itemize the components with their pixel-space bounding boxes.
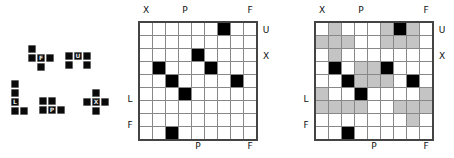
piece-gap bbox=[46, 63, 54, 71]
piece-gap bbox=[37, 45, 45, 53]
grid-cell bbox=[153, 88, 165, 100]
grid-cell bbox=[355, 23, 367, 35]
black-cell bbox=[166, 75, 178, 87]
grid-cell bbox=[192, 88, 204, 100]
pentomino-cell bbox=[355, 101, 367, 113]
grid-cell bbox=[316, 75, 328, 87]
pentomino-cell bbox=[329, 49, 341, 61]
grid-cell bbox=[244, 49, 256, 61]
black-cell bbox=[179, 88, 191, 100]
grid-cell bbox=[420, 62, 432, 74]
grid-cell bbox=[420, 114, 432, 126]
grid-cell bbox=[218, 88, 230, 100]
black-cell bbox=[394, 23, 406, 35]
piece-letter: F bbox=[39, 54, 43, 62]
grid-cell bbox=[355, 49, 367, 61]
grid-cell bbox=[205, 75, 217, 87]
pentomino-cell bbox=[342, 101, 354, 113]
grid-cell bbox=[244, 88, 256, 100]
grid-cell bbox=[205, 127, 217, 139]
piece-gap bbox=[20, 98, 28, 106]
piece-gap bbox=[46, 45, 54, 53]
clue-bottom-f: F bbox=[423, 141, 428, 151]
piece-cell bbox=[92, 89, 100, 97]
piece-cell bbox=[11, 107, 19, 115]
grid-cell bbox=[394, 127, 406, 139]
piece-gap bbox=[20, 80, 28, 88]
grid-cell bbox=[192, 101, 204, 113]
pentomino-cell bbox=[381, 36, 393, 48]
pentomino-cell bbox=[394, 101, 406, 113]
clue-top-f: F bbox=[247, 5, 252, 15]
grid-cell bbox=[166, 101, 178, 113]
grid-cell bbox=[218, 49, 230, 61]
pentomino-cell bbox=[316, 36, 328, 48]
grid-cell bbox=[381, 114, 393, 126]
piece-cell bbox=[57, 106, 65, 114]
grid-cell bbox=[153, 75, 165, 87]
piece-letter: U bbox=[76, 52, 81, 60]
grid-cell bbox=[166, 88, 178, 100]
grid-cell bbox=[420, 75, 432, 87]
grid-cell bbox=[140, 49, 152, 61]
piece-gap bbox=[57, 97, 65, 105]
grid-cell bbox=[140, 23, 152, 35]
piece-cell: F bbox=[37, 54, 45, 62]
piece-gap bbox=[83, 107, 91, 115]
grid-cell bbox=[205, 36, 217, 48]
grid-cell bbox=[140, 36, 152, 48]
solution-grid bbox=[314, 21, 434, 141]
grid-cell bbox=[244, 114, 256, 126]
grid-cell bbox=[355, 127, 367, 139]
grid-cell bbox=[179, 127, 191, 139]
grid-cell bbox=[368, 88, 380, 100]
grid-cell bbox=[381, 127, 393, 139]
piece-letter: X bbox=[94, 98, 99, 106]
pentomino-cell bbox=[407, 101, 419, 113]
pentomino-cell bbox=[329, 36, 341, 48]
grid-cell bbox=[192, 23, 204, 35]
grid-cell bbox=[218, 75, 230, 87]
grid-cell bbox=[368, 49, 380, 61]
grid-cell bbox=[329, 75, 341, 87]
grid-cell bbox=[205, 23, 217, 35]
piece-gap bbox=[20, 89, 28, 97]
grid-cell bbox=[420, 49, 432, 61]
piece-cell bbox=[83, 98, 91, 106]
black-cell bbox=[192, 49, 204, 61]
piece-cell bbox=[65, 61, 73, 69]
piece-cell bbox=[28, 54, 36, 62]
grid-cell bbox=[179, 75, 191, 87]
grid-cell bbox=[342, 62, 354, 74]
black-cell bbox=[329, 62, 341, 74]
grid-cell bbox=[407, 127, 419, 139]
grid-cell bbox=[231, 49, 243, 61]
grid-cell bbox=[153, 127, 165, 139]
grid-cell bbox=[179, 101, 191, 113]
grid-cell bbox=[218, 36, 230, 48]
grid-cell bbox=[179, 36, 191, 48]
grid-cell bbox=[179, 49, 191, 61]
clue-top-p: P bbox=[358, 5, 363, 15]
black-cell bbox=[166, 127, 178, 139]
grid-cell bbox=[244, 62, 256, 74]
grid-cell bbox=[244, 101, 256, 113]
grid-cell bbox=[205, 114, 217, 126]
grid-cell bbox=[368, 127, 380, 139]
clue-left-l: L bbox=[303, 94, 308, 104]
grid-cell bbox=[329, 127, 341, 139]
clue-top-x: X bbox=[319, 5, 325, 15]
solution-board: XPFPFLFUX bbox=[314, 21, 434, 141]
grid-cell bbox=[218, 127, 230, 139]
grid-cell bbox=[166, 62, 178, 74]
piece-cell bbox=[20, 107, 28, 115]
piece-gap bbox=[101, 107, 109, 115]
grid-cell bbox=[394, 75, 406, 87]
clue-bottom-f: F bbox=[247, 141, 252, 151]
piece-cell bbox=[46, 54, 54, 62]
piece-cell bbox=[83, 61, 91, 69]
pentomino-cell bbox=[316, 101, 328, 113]
piece-cell bbox=[39, 106, 47, 114]
grid-cell bbox=[231, 127, 243, 139]
grid-cell bbox=[192, 36, 204, 48]
grid-cell bbox=[381, 101, 393, 113]
clue-left-f: F bbox=[303, 120, 308, 130]
piece-letter: L bbox=[13, 98, 17, 106]
grid-cell bbox=[342, 23, 354, 35]
grid-cell bbox=[355, 114, 367, 126]
puzzle-page: FULPX XPFPFLFUX XPFPFLFUX bbox=[0, 0, 454, 158]
grid-cell bbox=[420, 36, 432, 48]
piece-gap bbox=[101, 89, 109, 97]
grid-cell bbox=[394, 62, 406, 74]
grid-cell bbox=[355, 36, 367, 48]
grid-cell bbox=[329, 88, 341, 100]
black-cell bbox=[218, 23, 230, 35]
grid-cell bbox=[153, 23, 165, 35]
black-cell bbox=[407, 75, 419, 87]
grid-cell bbox=[244, 23, 256, 35]
grid-cell bbox=[394, 88, 406, 100]
grid-cell bbox=[394, 49, 406, 61]
grid-cell bbox=[407, 62, 419, 74]
piece-cell: U bbox=[74, 52, 82, 60]
piece-cell bbox=[92, 107, 100, 115]
pentomino-cell bbox=[407, 23, 419, 35]
grid-cell bbox=[153, 36, 165, 48]
piece-cell: L bbox=[11, 98, 19, 106]
grid-cell bbox=[231, 101, 243, 113]
grid-cell bbox=[316, 23, 328, 35]
piece-cell bbox=[28, 45, 36, 53]
piece-cell bbox=[11, 89, 19, 97]
clue-right-x: X bbox=[439, 51, 445, 61]
grid-cell bbox=[231, 36, 243, 48]
grid-cell bbox=[192, 62, 204, 74]
grid-cell bbox=[140, 62, 152, 74]
grid-cell bbox=[368, 36, 380, 48]
grid-cell bbox=[244, 127, 256, 139]
clue-bottom-p: P bbox=[371, 141, 376, 151]
pentomino-cell bbox=[342, 36, 354, 48]
black-cell bbox=[355, 88, 367, 100]
pentomino-cell bbox=[368, 62, 380, 74]
grid-cell bbox=[329, 114, 341, 126]
pentomino-cell bbox=[420, 88, 432, 100]
grid-cell bbox=[140, 114, 152, 126]
piece-cell bbox=[48, 97, 56, 105]
grid-cell bbox=[218, 62, 230, 74]
grid-cell bbox=[192, 114, 204, 126]
grid-cell bbox=[420, 127, 432, 139]
piece-gap bbox=[74, 61, 82, 69]
piece-cell bbox=[37, 63, 45, 71]
piece-gap bbox=[28, 63, 36, 71]
piece-cell bbox=[83, 52, 91, 60]
grid-cell bbox=[218, 114, 230, 126]
pentomino-cell bbox=[381, 75, 393, 87]
grid-cell bbox=[394, 114, 406, 126]
piece-cell: P bbox=[48, 106, 56, 114]
grid-cell bbox=[368, 101, 380, 113]
puzzle-grid bbox=[138, 21, 258, 141]
grid-cell bbox=[166, 23, 178, 35]
grid-cell bbox=[231, 88, 243, 100]
grid-cell bbox=[316, 127, 328, 139]
grid-cell bbox=[218, 101, 230, 113]
grid-cell bbox=[244, 75, 256, 87]
grid-cell bbox=[316, 114, 328, 126]
pentomino-cell bbox=[355, 75, 367, 87]
pentomino-cell bbox=[316, 88, 328, 100]
piece-cell bbox=[65, 52, 73, 60]
grid-cell bbox=[407, 49, 419, 61]
grid-cell bbox=[244, 36, 256, 48]
grid-cell bbox=[368, 114, 380, 126]
pentomino-cell bbox=[355, 62, 367, 74]
black-cell bbox=[153, 62, 165, 74]
piece-cell bbox=[101, 98, 109, 106]
grid-cell bbox=[140, 75, 152, 87]
pentomino-cell bbox=[381, 23, 393, 35]
clue-right-u: U bbox=[263, 25, 270, 35]
grid-cell bbox=[140, 101, 152, 113]
piece-u: U bbox=[65, 52, 91, 69]
grid-cell bbox=[407, 88, 419, 100]
piece-x: X bbox=[83, 89, 109, 115]
grid-cell bbox=[153, 49, 165, 61]
grid-cell bbox=[140, 88, 152, 100]
grid-cell bbox=[179, 114, 191, 126]
grid-cell bbox=[192, 75, 204, 87]
grid-cell bbox=[342, 114, 354, 126]
grid-cell bbox=[342, 49, 354, 61]
piece-l: L bbox=[11, 80, 28, 115]
pentomino-cell bbox=[368, 75, 380, 87]
pentomino-cell bbox=[420, 101, 432, 113]
piece-f: F bbox=[28, 45, 54, 71]
grid-cell bbox=[179, 62, 191, 74]
grid-cell bbox=[166, 114, 178, 126]
pentomino-cell bbox=[329, 23, 341, 35]
grid-cell bbox=[342, 88, 354, 100]
grid-cell bbox=[140, 127, 152, 139]
piece-letter: P bbox=[50, 106, 54, 114]
clue-left-f: F bbox=[127, 120, 132, 130]
pentomino-cell bbox=[329, 101, 341, 113]
grid-cell bbox=[381, 88, 393, 100]
piece-cell bbox=[11, 80, 19, 88]
clue-top-f: F bbox=[423, 5, 428, 15]
grid-cell bbox=[316, 49, 328, 61]
puzzle-board: XPFPFLFUX bbox=[138, 21, 258, 141]
pentomino-cell bbox=[407, 36, 419, 48]
grid-cell bbox=[166, 36, 178, 48]
grid-cell bbox=[316, 62, 328, 74]
piece-cell bbox=[39, 97, 47, 105]
grid-cell bbox=[205, 88, 217, 100]
grid-cell bbox=[205, 101, 217, 113]
clue-top-x: X bbox=[143, 5, 149, 15]
piece-gap bbox=[83, 89, 91, 97]
pentomino-cell bbox=[407, 114, 419, 126]
grid-cell bbox=[231, 114, 243, 126]
black-cell bbox=[342, 127, 354, 139]
piece-cell: X bbox=[92, 98, 100, 106]
black-cell bbox=[231, 75, 243, 87]
clue-right-u: U bbox=[439, 25, 446, 35]
clue-bottom-p: P bbox=[195, 141, 200, 151]
clue-left-l: L bbox=[127, 94, 132, 104]
grid-cell bbox=[368, 23, 380, 35]
clue-top-p: P bbox=[182, 5, 187, 15]
pentomino-cell bbox=[394, 36, 406, 48]
grid-cell bbox=[205, 49, 217, 61]
black-cell bbox=[381, 62, 393, 74]
grid-cell bbox=[153, 101, 165, 113]
grid-cell bbox=[179, 23, 191, 35]
clue-right-x: X bbox=[263, 51, 269, 61]
grid-cell bbox=[420, 23, 432, 35]
black-cell bbox=[205, 62, 217, 74]
grid-cell bbox=[381, 49, 393, 61]
black-cell bbox=[342, 75, 354, 87]
grid-cell bbox=[231, 62, 243, 74]
grid-cell bbox=[166, 49, 178, 61]
grid-cell bbox=[153, 114, 165, 126]
piece-p: P bbox=[39, 97, 65, 114]
grid-cell bbox=[192, 127, 204, 139]
grid-cell bbox=[231, 23, 243, 35]
